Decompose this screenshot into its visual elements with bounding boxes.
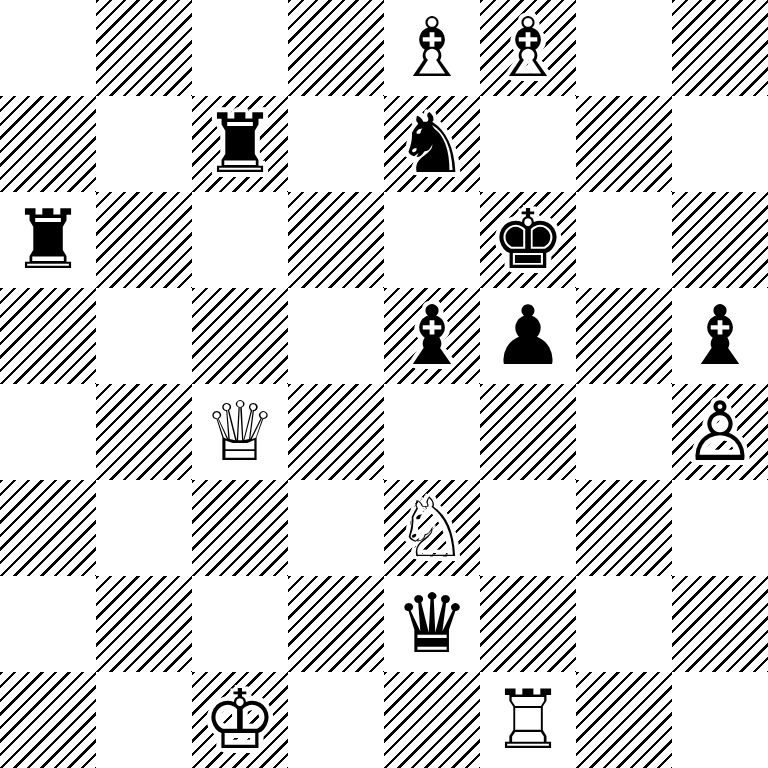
- square-c5[interactable]: [192, 288, 288, 384]
- square-f3[interactable]: [480, 480, 576, 576]
- square-d3[interactable]: [288, 480, 384, 576]
- square-h7[interactable]: [672, 96, 768, 192]
- piece-black-bishop[interactable]: ♝: [683, 288, 757, 384]
- square-e4[interactable]: [384, 384, 480, 480]
- square-h4[interactable]: ♙: [672, 384, 768, 480]
- square-g2[interactable]: [576, 576, 672, 672]
- square-f1[interactable]: ♖: [480, 672, 576, 768]
- square-g6[interactable]: [576, 192, 672, 288]
- square-d1[interactable]: [288, 672, 384, 768]
- square-c8[interactable]: [192, 0, 288, 96]
- chess-board: ♗♗♜♞♜♚♝♟♝♕♙♘♛♔♖: [0, 0, 768, 768]
- square-f8[interactable]: ♗: [480, 0, 576, 96]
- square-d7[interactable]: [288, 96, 384, 192]
- square-b6[interactable]: [96, 192, 192, 288]
- piece-white-rook[interactable]: ♖: [491, 672, 565, 768]
- square-c6[interactable]: [192, 192, 288, 288]
- square-e3[interactable]: ♘: [384, 480, 480, 576]
- square-b3[interactable]: [96, 480, 192, 576]
- square-a3[interactable]: [0, 480, 96, 576]
- piece-black-pawn[interactable]: ♟: [491, 288, 565, 384]
- piece-white-knight[interactable]: ♘: [395, 480, 469, 576]
- square-g4[interactable]: [576, 384, 672, 480]
- square-c7[interactable]: ♜: [192, 96, 288, 192]
- square-e2[interactable]: ♛: [384, 576, 480, 672]
- square-g1[interactable]: [576, 672, 672, 768]
- piece-black-bishop[interactable]: ♝: [395, 288, 469, 384]
- square-f2[interactable]: [480, 576, 576, 672]
- square-h6[interactable]: [672, 192, 768, 288]
- piece-white-bishop[interactable]: ♗: [395, 0, 469, 96]
- square-b5[interactable]: [96, 288, 192, 384]
- piece-white-king[interactable]: ♔: [203, 672, 277, 768]
- square-h5[interactable]: ♝: [672, 288, 768, 384]
- square-g3[interactable]: [576, 480, 672, 576]
- square-e6[interactable]: [384, 192, 480, 288]
- square-b8[interactable]: [96, 0, 192, 96]
- square-c4[interactable]: ♕: [192, 384, 288, 480]
- square-d8[interactable]: [288, 0, 384, 96]
- square-d6[interactable]: [288, 192, 384, 288]
- square-b4[interactable]: [96, 384, 192, 480]
- square-b2[interactable]: [96, 576, 192, 672]
- piece-black-rook[interactable]: ♜: [11, 192, 85, 288]
- piece-black-rook[interactable]: ♜: [203, 96, 277, 192]
- piece-white-bishop[interactable]: ♗: [491, 0, 565, 96]
- square-c2[interactable]: [192, 576, 288, 672]
- piece-black-queen[interactable]: ♛: [395, 576, 469, 672]
- square-g7[interactable]: [576, 96, 672, 192]
- square-a5[interactable]: [0, 288, 96, 384]
- square-c1[interactable]: ♔: [192, 672, 288, 768]
- square-b1[interactable]: [96, 672, 192, 768]
- square-e7[interactable]: ♞: [384, 96, 480, 192]
- square-f6[interactable]: ♚: [480, 192, 576, 288]
- square-d4[interactable]: [288, 384, 384, 480]
- square-f4[interactable]: [480, 384, 576, 480]
- square-d5[interactable]: [288, 288, 384, 384]
- square-h2[interactable]: [672, 576, 768, 672]
- square-a1[interactable]: [0, 672, 96, 768]
- square-g5[interactable]: [576, 288, 672, 384]
- square-h1[interactable]: [672, 672, 768, 768]
- square-h8[interactable]: [672, 0, 768, 96]
- square-e1[interactable]: [384, 672, 480, 768]
- square-b7[interactable]: [96, 96, 192, 192]
- square-e5[interactable]: ♝: [384, 288, 480, 384]
- square-f7[interactable]: [480, 96, 576, 192]
- square-a8[interactable]: [0, 0, 96, 96]
- square-a4[interactable]: [0, 384, 96, 480]
- square-a2[interactable]: [0, 576, 96, 672]
- piece-white-pawn[interactable]: ♙: [683, 384, 757, 480]
- piece-black-king[interactable]: ♚: [491, 192, 565, 288]
- square-e8[interactable]: ♗: [384, 0, 480, 96]
- piece-black-knight[interactable]: ♞: [395, 96, 469, 192]
- square-g8[interactable]: [576, 0, 672, 96]
- square-h3[interactable]: [672, 480, 768, 576]
- square-a6[interactable]: ♜: [0, 192, 96, 288]
- square-c3[interactable]: [192, 480, 288, 576]
- square-d2[interactable]: [288, 576, 384, 672]
- square-f5[interactable]: ♟: [480, 288, 576, 384]
- square-a7[interactable]: [0, 96, 96, 192]
- piece-white-queen[interactable]: ♕: [203, 384, 277, 480]
